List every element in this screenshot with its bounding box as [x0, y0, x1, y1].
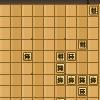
board-square[interactable] — [0, 17, 11, 29]
board-square[interactable] — [77, 63, 88, 75]
board-square[interactable] — [44, 98, 55, 100]
board-square[interactable] — [44, 28, 55, 40]
board-top-edge: 1 — [0, 0, 100, 4]
board-square[interactable] — [33, 40, 44, 52]
board-square[interactable] — [0, 75, 11, 87]
board-square[interactable] — [33, 86, 44, 98]
board-square[interactable] — [33, 28, 44, 40]
shogi-piece-bishop-7e[interactable]: 角 — [23, 52, 32, 62]
file-coordinate-label: 1 — [86, 0, 89, 5]
board-square[interactable] — [11, 40, 22, 52]
board-square[interactable] — [33, 63, 44, 75]
gold-kanji: 金 — [57, 99, 64, 100]
hoshi-dot — [64, 38, 66, 40]
shogi-piece-silver-2d[interactable]: 銀 — [78, 40, 87, 50]
board-square[interactable] — [11, 98, 22, 100]
board-square[interactable] — [0, 51, 11, 63]
board-square[interactable] — [88, 63, 99, 75]
knight-kanji: 桂 — [68, 53, 75, 61]
board-square[interactable] — [77, 5, 88, 17]
pawn-kanji: 歩 — [68, 76, 75, 84]
board-square[interactable] — [55, 86, 66, 98]
pawn-kanji: 歩 — [57, 76, 64, 84]
board-square[interactable] — [55, 17, 66, 29]
board-square[interactable] — [22, 5, 33, 17]
board-square[interactable] — [11, 5, 22, 17]
board-square[interactable] — [22, 75, 33, 87]
lance-kanji: 香 — [90, 7, 97, 15]
board-square[interactable] — [66, 28, 77, 40]
board-square[interactable] — [77, 17, 88, 29]
board-square[interactable] — [22, 17, 33, 29]
pawn-kanji: 歩 — [90, 76, 97, 84]
hoshi-dot — [31, 73, 33, 75]
board-square[interactable] — [0, 98, 11, 100]
shogi-piece-lance-1a[interactable]: 香 — [89, 6, 98, 16]
board-square[interactable] — [55, 40, 66, 52]
board-square[interactable] — [77, 28, 88, 40]
board-square[interactable] — [44, 5, 55, 17]
board-square[interactable] — [11, 51, 22, 63]
board-square[interactable] — [33, 5, 44, 17]
shogi-piece-pawn-3g[interactable]: 歩 — [67, 75, 76, 85]
board-square[interactable] — [11, 75, 22, 87]
board-square[interactable] — [88, 51, 99, 63]
board-square[interactable] — [11, 28, 22, 40]
shogi-piece-gold-4i[interactable]: 金 — [56, 98, 65, 100]
board-square[interactable] — [88, 40, 99, 52]
board-square[interactable] — [44, 17, 55, 29]
board-square[interactable] — [66, 98, 77, 100]
board-square[interactable] — [66, 86, 77, 98]
shogi-piece-knight-3e[interactable]: 桂 — [67, 52, 76, 62]
board-square[interactable] — [44, 75, 55, 87]
board-square[interactable] — [88, 17, 99, 29]
board-square[interactable] — [66, 17, 77, 29]
shogi-board-screenshot: 1 香銀角歩桂飛歩歩銀歩王金 — [0, 0, 100, 100]
board-square[interactable] — [0, 5, 11, 17]
board-square[interactable] — [77, 51, 88, 63]
rook-kanji: 飛 — [57, 64, 64, 72]
board-square[interactable] — [0, 40, 11, 52]
board-square[interactable] — [0, 63, 11, 75]
shogi-board[interactable]: 香銀角歩桂飛歩歩銀歩王金 — [0, 4, 99, 100]
board-square[interactable] — [44, 40, 55, 52]
board-square[interactable] — [33, 75, 44, 87]
board-square[interactable] — [77, 98, 88, 100]
bishop-kanji: 角 — [24, 53, 31, 61]
shogi-piece-king-2h[interactable]: 王 — [78, 87, 87, 97]
shogi-piece-pawn-1g[interactable]: 歩 — [89, 75, 98, 85]
board-square[interactable] — [44, 63, 55, 75]
shogi-piece-pawn-4g[interactable]: 歩 — [56, 75, 65, 85]
board-square[interactable] — [11, 63, 22, 75]
silver-kanji: 銀 — [79, 76, 86, 84]
board-square[interactable] — [33, 98, 44, 100]
board-square[interactable] — [33, 17, 44, 29]
board-square[interactable] — [22, 86, 33, 98]
board-square[interactable] — [11, 86, 22, 98]
shogi-piece-silver-2g[interactable]: 銀 — [78, 75, 87, 85]
board-square[interactable] — [0, 86, 11, 98]
board-square[interactable] — [22, 40, 33, 52]
board-square[interactable] — [88, 28, 99, 40]
board-square[interactable] — [44, 86, 55, 98]
board-square[interactable] — [66, 5, 77, 17]
board-square[interactable] — [44, 51, 55, 63]
pawn-kanji: 歩 — [57, 53, 64, 61]
board-square[interactable] — [66, 63, 77, 75]
king-kanji: 王 — [79, 88, 86, 96]
board-square[interactable] — [0, 28, 11, 40]
board-square[interactable] — [88, 86, 99, 98]
board-square[interactable] — [66, 40, 77, 52]
hoshi-dot — [31, 38, 33, 40]
shogi-piece-rook-4f[interactable]: 飛 — [56, 63, 65, 73]
board-square[interactable] — [11, 17, 22, 29]
board-square[interactable] — [88, 98, 99, 100]
silver-kanji: 銀 — [79, 41, 86, 49]
board-square[interactable] — [22, 98, 33, 100]
board-square[interactable] — [55, 5, 66, 17]
board-square[interactable] — [33, 51, 44, 63]
shogi-piece-pawn-4e[interactable]: 歩 — [56, 52, 65, 62]
